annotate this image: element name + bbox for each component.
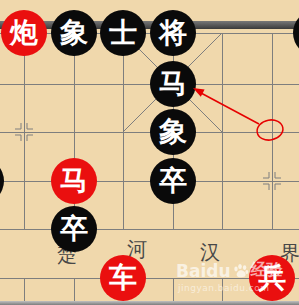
- watermark-brand-cn: 经验: [251, 260, 283, 281]
- baidu-watermark: Baidu 经验: [176, 260, 283, 281]
- annotation-circle: [255, 118, 284, 142]
- watermark-domain: jingyan.baidu.com: [178, 283, 270, 293]
- annotation-arrowhead-icon: [193, 88, 205, 97]
- watermark-brand: Baidu: [176, 261, 231, 281]
- board[interactable]: 楚河汉界 炮象士将马象马卒卒车兵 Baidu 经验 jingyan.baidu.…: [0, 0, 299, 305]
- baidu-paw-icon: [233, 263, 249, 279]
- annotation-arrow-line: [201, 93, 259, 124]
